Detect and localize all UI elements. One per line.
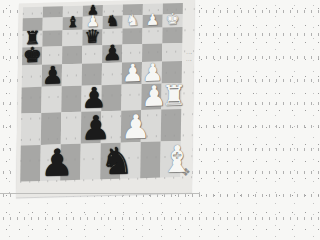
piece-white-pawn-g3[interactable]: ♟ [121,112,141,143]
square-c1[interactable] [162,27,182,44]
piece-white-pawn-e3[interactable]: ♟ [122,62,142,85]
piece-white-pawn-b5[interactable]: ♟ [83,15,103,29]
square-g5[interactable]: ♟ [81,111,101,144]
piece-black-bishop-b6[interactable]: ♝ [63,16,83,30]
piece-white-pawn-e2[interactable]: ♟ [142,61,162,84]
square-d8[interactable]: ♚ [22,47,42,66]
square-d7[interactable] [42,46,62,65]
square-e7[interactable]: ♟ [42,64,62,87]
square-b2[interactable]: ♟ [143,14,163,28]
square-e8[interactable] [22,65,42,88]
square-d2[interactable] [142,43,162,62]
piece-white-pawn-b2[interactable]: ♟ [143,14,163,28]
square-h5[interactable] [80,143,101,180]
piece-black-pawn-g5[interactable]: ♟ [81,113,101,144]
square-f6[interactable] [61,86,81,113]
square-e1[interactable] [162,61,182,84]
piece-black-rook-c8[interactable]: ♜ [22,30,42,47]
piece-white-rook-f1[interactable]: ♜ [161,83,181,109]
board-border-markings: ⋮⋮ [186,51,193,65]
square-f1[interactable]: ♜ [161,83,181,110]
square-b4[interactable]: ♞ [103,16,123,30]
piece-white-bishop-h1[interactable]: ♝ [160,143,181,178]
square-c8[interactable]: ♜ [22,31,42,48]
square-b8[interactable] [23,18,43,32]
square-f2[interactable]: ♟ [141,84,161,111]
piece-black-pawn-e7[interactable]: ♟ [42,64,62,87]
square-b6[interactable]: ♝ [63,17,83,31]
board-grid: ♟♝♟♞♞♟♚♜♛♚♟♟♟♟♟♟♜♟♟♟♞♝ [20,3,183,182]
square-c5[interactable]: ♛ [82,29,102,46]
square-d5[interactable] [82,45,102,64]
square-a6[interactable] [63,6,83,18]
square-e6[interactable] [62,64,82,87]
piece-white-king-b1[interactable]: ♚ [163,13,183,27]
piece-black-pawn-h7[interactable]: ♟ [40,146,61,181]
square-d3[interactable] [122,44,142,63]
square-c3[interactable] [122,28,142,45]
square-a3[interactable] [123,4,143,16]
square-g3[interactable]: ♟ [121,110,141,143]
square-g1[interactable] [161,109,181,142]
square-a1[interactable] [163,3,183,15]
square-g7[interactable] [41,112,61,145]
piece-black-pawn-d4[interactable]: ♟ [102,43,122,63]
chess-board: ♟♝♟♞♞♟♚♜♛♚♟♟♟♟♟♟♜♟♟♟♞♝ ❖ ⋮⋮ [16,0,195,198]
square-h1[interactable]: ♝ [160,141,181,178]
square-a4[interactable] [103,5,123,17]
table-edge-line [0,193,200,194]
square-e3[interactable]: ♟ [122,62,142,85]
square-c2[interactable] [142,27,162,44]
square-g8[interactable] [21,113,41,146]
piece-black-pawn-f5[interactable]: ♟ [81,85,101,111]
square-h7[interactable]: ♟ [40,144,61,181]
square-f7[interactable] [41,86,61,113]
square-f3[interactable] [121,84,141,111]
square-a5[interactable]: ♟ [83,5,103,17]
piece-black-knight-h4[interactable]: ♞ [100,145,121,180]
square-d4[interactable]: ♟ [102,45,122,64]
board-corner-ornament-icon: ❖ [179,166,192,179]
square-b3[interactable]: ♞ [123,15,143,29]
square-f8[interactable] [21,87,41,114]
square-a7[interactable] [43,6,63,18]
piece-black-queen-c5[interactable]: ♛ [82,29,102,46]
square-d6[interactable] [62,46,82,65]
square-c4[interactable] [102,29,122,46]
square-g4[interactable] [101,111,121,144]
square-e2[interactable]: ♟ [142,61,162,84]
square-a2[interactable] [143,3,163,15]
square-d1[interactable] [162,43,182,62]
square-g6[interactable] [61,112,81,145]
piece-black-king-d8[interactable]: ♚ [22,46,42,66]
square-b7[interactable] [43,17,63,31]
square-b1[interactable]: ♚ [163,14,183,28]
piece-black-knight-b4[interactable]: ♞ [103,15,123,29]
piece-white-knight-b3[interactable]: ♞ [123,14,143,28]
square-h4[interactable]: ♞ [100,143,121,180]
square-h6[interactable] [60,144,81,181]
square-g2[interactable] [141,110,161,143]
square-b5[interactable]: ♟ [83,16,103,30]
square-a8[interactable] [23,7,43,19]
piece-white-pawn-f2[interactable]: ♟ [141,84,161,110]
square-c6[interactable] [62,30,82,47]
square-e5[interactable] [82,63,102,86]
square-h3[interactable] [120,142,141,179]
piece-black-pawn-a5[interactable]: ♟ [83,4,103,17]
square-h2[interactable] [140,142,161,179]
square-f5[interactable]: ♟ [81,85,101,112]
square-e4[interactable] [102,63,122,86]
square-f4[interactable] [101,85,121,112]
square-h8[interactable] [20,145,41,182]
square-c7[interactable] [42,30,62,47]
